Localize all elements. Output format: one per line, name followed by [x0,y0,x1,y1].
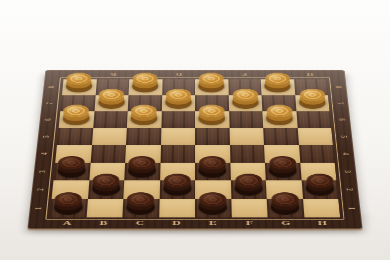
file-labels-bottom: ABCDEFGH [49,219,341,227]
dark-checker-g1[interactable] [271,201,299,215]
light-checker-b7[interactable] [98,97,124,109]
light-checker-f7[interactable] [232,97,258,109]
studio-backdrop: ABCDEFGH ABCDEFGH 87654321 87654321 [0,0,390,260]
checker-top-face [164,174,191,188]
checker-top-face [199,192,226,206]
dark-checker-e3[interactable] [199,165,226,178]
coordinate-label: B [97,71,130,76]
checker-top-face [267,105,293,117]
light-checker-d7[interactable] [166,97,191,109]
checkers-board: ABCDEFGH ABCDEFGH 87654321 87654321 [27,70,362,229]
coordinate-label: A [49,219,86,227]
checker-top-face [199,156,226,169]
rank-labels-right: 87654321 [330,79,360,217]
light-checker-c8[interactable] [133,81,158,93]
coordinate-label: F [228,71,261,76]
checker-top-face [299,89,325,101]
coordinate-label: G [268,219,305,227]
coordinate-label: B [85,219,122,227]
light-checker-e8[interactable] [199,81,224,93]
light-checker-a8[interactable] [66,81,92,93]
dark-checker-c3[interactable] [129,165,156,178]
coordinate-label: E [195,219,232,227]
dark-checker-a1[interactable] [54,201,82,215]
pieces-layer [50,79,340,217]
light-checker-g6[interactable] [267,113,293,126]
coordinate-label: F [231,219,268,227]
checker-top-face [306,174,334,188]
dark-checker-d2[interactable] [164,183,191,197]
checker-top-face [269,156,296,169]
coordinate-label: D [158,219,195,227]
dark-checker-b2[interactable] [92,183,120,197]
light-checker-e6[interactable] [199,113,225,126]
checker-top-face [271,192,299,206]
dark-checker-f2[interactable] [235,183,262,197]
dark-checker-h2[interactable] [306,183,334,197]
dark-checker-e1[interactable] [199,201,226,215]
light-checker-a6[interactable] [63,113,90,126]
light-checker-g8[interactable] [265,81,291,93]
checker-top-face [235,174,262,188]
dark-checker-a3[interactable] [58,165,86,178]
coordinate-label: D [162,71,195,76]
checker-top-face [165,89,190,101]
checker-top-face [232,89,258,101]
light-checker-h7[interactable] [299,97,325,109]
checker-top-face [199,73,224,85]
coordinate-label: H [293,71,326,76]
coordinate-label: C [122,219,159,227]
checker-top-face [265,73,291,85]
light-checker-c6[interactable] [131,113,157,126]
coordinate-label: H [304,219,341,227]
checker-top-face [199,105,225,117]
dark-checker-c1[interactable] [127,201,155,215]
dark-checker-g3[interactable] [269,165,296,178]
